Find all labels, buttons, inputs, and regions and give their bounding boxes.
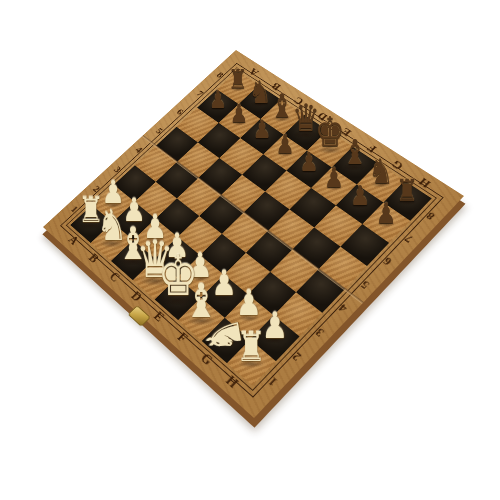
product-photo-stage: AABBCCDDEEFFGGHH8877665544332211 ♜♞♝♛♚♝♞…: [0, 0, 500, 500]
brass-clasp: [128, 305, 151, 327]
chessboard: AABBCCDDEEFFGGHH8877665544332211: [43, 50, 464, 418]
checker-grid: [70, 71, 431, 386]
